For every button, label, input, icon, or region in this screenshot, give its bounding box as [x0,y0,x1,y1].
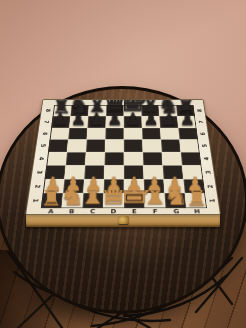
rank-label-left-5: 5 [34,141,52,150]
square-c1 [82,193,103,208]
file-label-g: G [166,208,188,215]
square-f2 [144,179,165,193]
square-b3 [64,165,85,179]
square-b6 [68,128,87,140]
square-f5 [142,140,161,153]
square-c3 [84,165,104,179]
rank-label-left-4: 4 [32,154,50,164]
square-d1 [103,193,124,208]
square-f3 [143,165,163,179]
square-d4 [105,152,124,165]
square-b7 [69,116,88,128]
square-g3 [163,165,184,179]
square-f4 [143,152,163,165]
brass-clasp [118,216,129,224]
board-perspective-wrapper: ABCDEFGH8765432187654321♜♞♝♛♚♝♞♜♟♟♟♟♟♟♟♟… [25,47,221,215]
file-label-d: D [103,208,124,215]
square-e3 [124,165,144,179]
square-d8 [106,105,124,116]
square-c6 [87,128,106,140]
square-b1 [62,193,84,208]
rank-label-right-6: 6 [195,129,213,138]
product-photo-scene: ABCDEFGH8765432187654321♜♞♝♛♚♝♞♜♟♟♟♟♟♟♟♟… [0,0,246,328]
square-d6 [105,128,124,140]
square-c7 [88,116,107,128]
rank-label-right-8: 8 [192,106,209,114]
square-g8 [159,105,178,116]
square-g4 [162,152,182,165]
square-f6 [142,128,161,140]
square-e7 [124,116,142,128]
square-g2 [164,179,185,193]
square-e2 [124,179,144,193]
file-label-a: A [40,208,62,215]
square-e6 [124,128,143,140]
square-e5 [124,140,143,153]
square-a5 [48,140,68,153]
square-f7 [142,116,161,128]
file-label-c: C [82,208,103,215]
file-label-e: E [124,208,145,215]
square-b2 [63,179,84,193]
square-g6 [160,128,179,140]
square-d7 [106,116,124,128]
square-b5 [67,140,87,153]
square-f1 [144,193,165,208]
square-g1 [165,193,187,208]
rank-label-left-6: 6 [35,129,53,138]
square-e8 [124,105,142,116]
square-c5 [86,140,105,153]
square-a1 [41,193,63,208]
square-c4 [85,152,105,165]
file-label-h: H [186,208,208,215]
rank-label-right-1: 1 [203,195,223,206]
rank-label-right-5: 5 [196,141,214,150]
square-g5 [161,140,181,153]
square-d5 [105,140,124,153]
square-f8 [141,105,159,116]
square-d3 [104,165,124,179]
square-g7 [159,116,178,128]
square-c2 [83,179,104,193]
file-label-b: B [61,208,83,215]
square-b8 [70,105,88,116]
square-d2 [104,179,124,193]
rank-label-right-4: 4 [198,154,217,164]
chess-board: ABCDEFGH8765432187654321♜♞♝♛♚♝♞♜♟♟♟♟♟♟♟♟… [25,99,221,215]
square-c8 [88,105,106,116]
square-b4 [66,152,86,165]
square-e1 [124,193,145,208]
square-e4 [124,152,143,165]
file-label-f: F [145,208,166,215]
rank-label-left-8: 8 [39,106,56,114]
